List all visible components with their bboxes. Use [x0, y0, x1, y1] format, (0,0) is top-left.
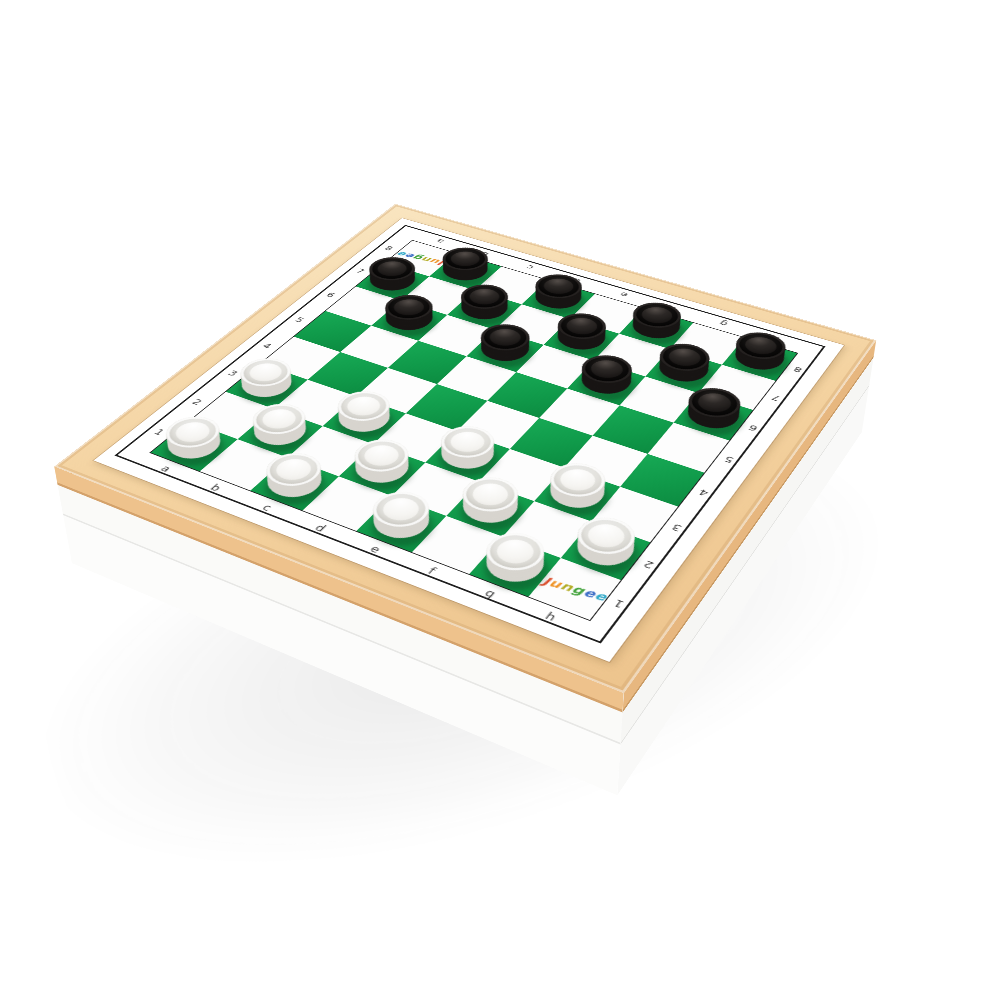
checker-white-e3: [431, 434, 503, 477]
checker-white-f2: [453, 485, 527, 532]
checker-black-h6: [679, 396, 746, 436]
checker-white-c3: [329, 399, 399, 439]
checker-white-g3: [540, 471, 613, 517]
coord-label-b: b: [182, 470, 250, 504]
checker-white-b2: [244, 411, 316, 452]
product-photo-stage: abcdefgh abcdefgh 87654321 87654321 Jung…: [0, 0, 1000, 1000]
jungee-logo-a8: Jungee: [395, 250, 447, 267]
